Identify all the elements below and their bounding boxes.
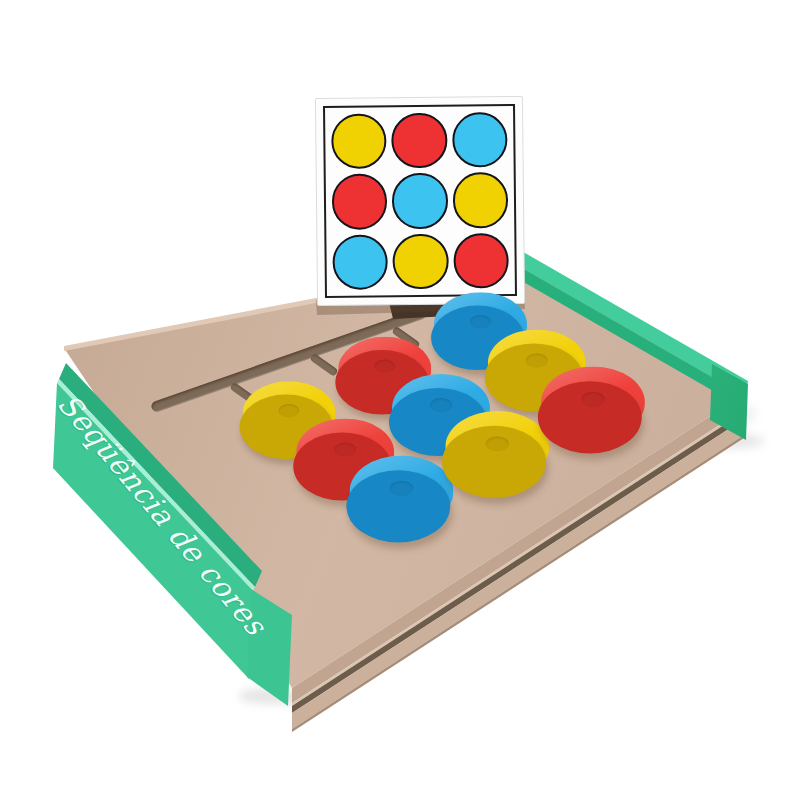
card-circle-red bbox=[453, 233, 509, 289]
card-circle-yellow bbox=[452, 172, 508, 228]
card-circle-blue bbox=[332, 234, 388, 290]
card-circle-red bbox=[332, 174, 388, 230]
disc-yellow[interactable] bbox=[445, 411, 549, 483]
pattern-card bbox=[315, 96, 525, 306]
product-photo: Seqüência de cores bbox=[0, 0, 800, 800]
card-circle-red bbox=[391, 113, 447, 169]
card-circle-yellow bbox=[393, 233, 449, 289]
card-circle-yellow bbox=[331, 113, 387, 169]
disc-blue[interactable] bbox=[350, 455, 454, 527]
card-circle-blue bbox=[452, 112, 508, 168]
card-circle-blue bbox=[392, 173, 448, 229]
pattern-card-frame bbox=[323, 104, 517, 298]
pattern-card-grid bbox=[325, 106, 515, 296]
disc-red[interactable] bbox=[541, 366, 645, 438]
